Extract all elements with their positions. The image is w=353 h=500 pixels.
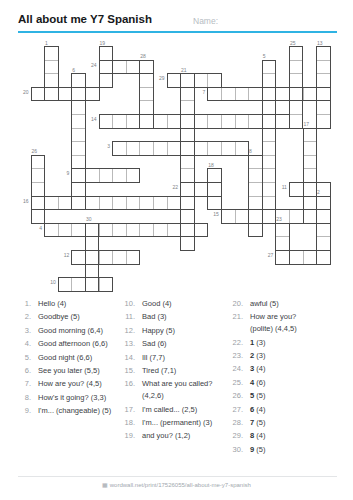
grid-cell <box>316 46 331 61</box>
grid-cell <box>112 141 127 156</box>
grid-cell <box>85 250 100 265</box>
grid-cell <box>99 46 114 61</box>
grid-cell <box>58 277 73 292</box>
grid-cell <box>99 73 114 88</box>
entry-number: 24 <box>84 62 97 68</box>
clue-item: 26.5 (5) <box>230 390 320 402</box>
grid-cell <box>44 46 59 61</box>
clue-text: Good afternoon (6,6) <box>38 338 108 350</box>
clue-number: 19. <box>122 430 135 442</box>
grid-cell <box>71 100 86 115</box>
grid-cell <box>303 168 318 183</box>
grid-cell <box>139 141 154 156</box>
clue-item: 14.Ill (7,7) <box>122 352 226 364</box>
clue-number: 2. <box>18 311 31 323</box>
clue-text: Tired (7,1) <box>142 365 176 377</box>
grid-cell <box>194 223 209 238</box>
clue-text: 9 (5) <box>250 444 265 456</box>
grid-cell <box>303 128 318 143</box>
grid-cell <box>221 114 236 129</box>
grid-cell <box>85 277 100 292</box>
entry-number: 26 <box>32 148 38 154</box>
grid-cell <box>180 182 195 197</box>
grid-cell <box>99 277 114 292</box>
clue-number: 24. <box>230 363 243 375</box>
grid-cell <box>235 114 250 129</box>
grid-cell <box>112 60 127 75</box>
grid-cell <box>126 250 141 265</box>
clue-text: 1 (3) <box>250 337 265 349</box>
grid-cell <box>112 196 127 211</box>
crossword-grid: 1234567891011121314151617181920212223242… <box>0 0 353 300</box>
clue-number: 9. <box>18 405 31 417</box>
clue-number: 25. <box>230 377 243 389</box>
entry-number: 7 <box>192 89 205 95</box>
grid-cell <box>85 236 100 251</box>
grid-cell <box>71 87 86 102</box>
grid-cell <box>71 155 86 170</box>
grid-cell <box>248 182 263 197</box>
grid-cell <box>71 223 86 238</box>
grid-cell <box>167 73 182 88</box>
wordwall-logo-icon: ▦ <box>102 481 108 488</box>
grid-cell <box>139 114 154 129</box>
grid-cell <box>85 196 100 211</box>
grid-cell <box>275 236 290 251</box>
clue-item: 19.and you? (1,2) <box>122 430 226 442</box>
grid-cell <box>262 141 277 156</box>
grid-cell <box>207 196 222 211</box>
grid-cell <box>207 73 222 88</box>
grid-cell <box>71 168 86 183</box>
grid-cell <box>58 87 73 102</box>
grid-cell <box>289 60 304 75</box>
entry-number: 28 <box>140 53 146 59</box>
clue-text: 6 (4) <box>250 404 265 416</box>
clue-item: 5.Good night (6,6) <box>18 352 122 364</box>
grid-cell <box>262 196 277 211</box>
clue-text: Happy (5) <box>142 325 175 337</box>
grid-cell <box>248 223 263 238</box>
clue-text: I'm... (permanent) (3) <box>142 417 212 429</box>
grid-cell <box>139 223 154 238</box>
grid-cell <box>262 73 277 88</box>
clue-number: 28. <box>230 417 243 429</box>
clue-number: 15. <box>122 365 135 377</box>
grid-cell <box>262 60 277 75</box>
clue-text: Good morning (6,4) <box>38 325 103 337</box>
grid-cell <box>58 196 73 211</box>
clue-item: 24.3 (4) <box>230 363 320 375</box>
grid-cell <box>31 209 46 224</box>
grid-cell <box>126 168 141 183</box>
entry-number: 3 <box>97 143 110 149</box>
clue-item: 9.I'm... (changeable) (5) <box>18 405 122 417</box>
entry-number: 15 <box>206 211 219 217</box>
entry-number: 13 <box>317 40 323 46</box>
clue-number: 17. <box>122 404 135 416</box>
grid-cell <box>99 60 114 75</box>
footer-rule <box>18 476 337 477</box>
grid-cell <box>167 223 182 238</box>
entry-number: 17 <box>304 121 310 127</box>
clue-text: 4 (6) <box>250 377 265 389</box>
grid-cell <box>85 168 100 183</box>
grid-cell <box>153 141 168 156</box>
clue-number: 23. <box>230 350 243 362</box>
grid-cell <box>289 100 304 115</box>
clue-number: 6. <box>18 365 31 377</box>
grid-cell <box>289 46 304 61</box>
grid-cell <box>235 141 250 156</box>
grid-cell <box>99 168 114 183</box>
clue-text: 5 (5) <box>250 390 265 402</box>
footer: ▦wordwall.net/print/17526055/all-about-m… <box>0 481 353 488</box>
grid-cell <box>248 155 263 170</box>
clue-item: 23.2 (3) <box>230 350 320 362</box>
entry-number: 11 <box>274 184 287 190</box>
grid-cell <box>262 209 277 224</box>
entry-number: 6 <box>72 67 75 73</box>
clue-text: and you? (1,2) <box>142 430 190 442</box>
grid-cell <box>303 196 318 211</box>
grid-cell <box>180 100 195 115</box>
entry-number: 22 <box>165 184 178 190</box>
clue-item: 15.Tired (7,1) <box>122 365 226 377</box>
clue-text: 2 (3) <box>250 350 265 362</box>
grid-cell <box>85 87 100 102</box>
clue-number: 21. <box>230 311 243 335</box>
entry-number: 27 <box>260 252 273 258</box>
grid-cell <box>180 168 195 183</box>
clue-text: Goodbye (5) <box>38 311 80 323</box>
grid-cell <box>248 196 263 211</box>
grid-cell <box>316 223 331 238</box>
grid-cell <box>207 114 222 129</box>
grid-cell <box>262 155 277 170</box>
grid-cell <box>275 250 290 265</box>
grid-cell <box>153 114 168 129</box>
worksheet-page: All about me Y7 Spanish Name: 1234567891… <box>0 0 353 500</box>
grid-cell <box>139 87 154 102</box>
grid-cell <box>316 250 331 265</box>
grid-cell <box>71 250 86 265</box>
grid-cell <box>289 114 304 129</box>
grid-cell <box>221 141 236 156</box>
grid-cell <box>316 209 331 224</box>
clue-text: See you later (5,5) <box>38 365 100 377</box>
clue-number: 12. <box>122 325 135 337</box>
clue-column-2: 10.Good (4)11.Bad (3)12.Happy (5)13.Sad … <box>122 298 226 444</box>
grid-cell <box>180 196 195 211</box>
clue-column-3: 20.awful (5)21.How are you? (polite) (4,… <box>230 298 320 457</box>
grid-cell <box>316 196 331 211</box>
grid-cell <box>44 223 59 238</box>
grid-cell <box>31 168 46 183</box>
entry-number: 14 <box>84 116 97 122</box>
clue-text: Sad (6) <box>142 338 167 350</box>
clue-text: I'm called... (2,5) <box>142 404 197 416</box>
grid-cell <box>153 223 168 238</box>
entry-number: 23 <box>276 216 282 222</box>
entry-number: 30 <box>86 216 92 222</box>
grid-cell <box>194 114 209 129</box>
grid-cell <box>235 87 250 102</box>
entry-number: 29 <box>152 75 165 81</box>
clue-item: 18.I'm... (permanent) (3) <box>122 417 226 429</box>
clue-number: 1. <box>18 298 31 310</box>
clue-item: 3.Good morning (6,4) <box>18 325 122 337</box>
clue-number: 5. <box>18 352 31 364</box>
grid-cell <box>180 114 195 129</box>
grid-cell <box>180 128 195 143</box>
grid-cell <box>58 223 73 238</box>
clue-number: 11. <box>122 311 135 323</box>
grid-cell <box>112 168 127 183</box>
entry-number: 25 <box>290 40 296 46</box>
grid-cell <box>112 223 127 238</box>
clue-text: 7 (5) <box>250 417 265 429</box>
grid-cell <box>126 141 141 156</box>
grid-cell <box>262 168 277 183</box>
entry-number: 9 <box>56 170 69 176</box>
clue-number: 30. <box>230 444 243 456</box>
entry-number: 19 <box>100 40 106 46</box>
grid-cell <box>139 196 154 211</box>
entry-number: 16 <box>16 198 29 204</box>
grid-cell <box>316 100 331 115</box>
grid-cell <box>44 87 59 102</box>
grid-cell <box>126 196 141 211</box>
clue-item: 28.7 (5) <box>230 417 320 429</box>
grid-cell <box>194 141 209 156</box>
grid-cell <box>262 128 277 143</box>
clue-number: 8. <box>18 392 31 404</box>
grid-cell <box>275 223 290 238</box>
grid-cell <box>71 141 86 156</box>
grid-cell <box>99 250 114 265</box>
grid-cell <box>180 141 195 156</box>
grid-cell <box>303 182 318 197</box>
entry-number: 21 <box>181 67 187 73</box>
grid-cell <box>194 182 209 197</box>
grid-cell <box>262 114 277 129</box>
clue-text: What are you called? (4,2,6) <box>142 378 226 402</box>
grid-cell <box>262 100 277 115</box>
grid-cell <box>180 209 195 224</box>
grid-cell <box>207 87 222 102</box>
entry-number: 4 <box>29 225 42 231</box>
clue-number: 22. <box>230 337 243 349</box>
grid-cell <box>112 250 127 265</box>
clue-item: 1.Hello (4) <box>18 298 122 310</box>
clue-text: How's it going? (3,3) <box>38 392 106 404</box>
grid-cell <box>71 196 86 211</box>
grid-cell <box>71 128 86 143</box>
clue-number: 3. <box>18 325 31 337</box>
grid-cell <box>139 60 154 75</box>
grid-cell <box>180 73 195 88</box>
grid-cell <box>248 209 263 224</box>
clue-item: 30.9 (5) <box>230 444 320 456</box>
entry-number: 2 <box>317 189 320 195</box>
grid-cell <box>180 236 195 251</box>
grid-cell <box>44 196 59 211</box>
clue-item: 21.How are you? (polite) (4,4,5) <box>230 311 320 335</box>
grid-cell <box>85 264 100 279</box>
grid-cell <box>31 182 46 197</box>
entry-number: 8 <box>249 148 252 154</box>
clue-item: 6.See you later (5,5) <box>18 365 122 377</box>
clue-number: 4. <box>18 338 31 350</box>
grid-cell <box>289 250 304 265</box>
grid-cell <box>126 60 141 75</box>
clue-item: 29.8 (4) <box>230 430 320 442</box>
grid-cell <box>303 250 318 265</box>
grid-cell <box>99 196 114 211</box>
entry-number: 10 <box>43 279 56 285</box>
entry-number: 12 <box>56 252 69 258</box>
entry-number: 1 <box>45 40 48 46</box>
grid-cell <box>303 155 318 170</box>
entry-number: 20 <box>16 89 29 95</box>
grid-cell <box>221 87 236 102</box>
grid-cell <box>248 168 263 183</box>
clue-item: 4.Good afternoon (6,6) <box>18 338 122 350</box>
grid-cell <box>221 209 236 224</box>
grid-cell <box>44 73 59 88</box>
grid-cell <box>71 73 86 88</box>
clue-item: 17.I'm called... (2,5) <box>122 404 226 416</box>
clue-text: I'm... (changeable) (5) <box>38 405 111 417</box>
clue-number: 27. <box>230 404 243 416</box>
grid-cell <box>44 60 59 75</box>
grid-cell <box>207 182 222 197</box>
grid-cell <box>316 114 331 129</box>
grid-cell <box>31 87 46 102</box>
clue-text: 8 (4) <box>250 430 265 442</box>
grid-cell <box>139 100 154 115</box>
clue-text: How are you? (4,5) <box>38 378 102 390</box>
grid-cell <box>126 223 141 238</box>
grid-cell <box>180 223 195 238</box>
grid-cell <box>99 114 114 129</box>
clue-text: Ill (7,7) <box>142 352 165 364</box>
grid-cell <box>289 87 304 102</box>
clue-text: Good night (6,6) <box>38 352 92 364</box>
grid-cell <box>275 87 290 102</box>
clue-number: 7. <box>18 378 31 390</box>
clue-item: 7.How are you? (4,5) <box>18 378 122 390</box>
clue-item: 25.4 (6) <box>230 377 320 389</box>
grid-cell <box>167 114 182 129</box>
clue-text: How are you? (polite) (4,4,5) <box>250 311 320 335</box>
clue-column-1: 1.Hello (4)2.Goodbye (5)3.Good morning (… <box>18 298 122 419</box>
clue-item: 2.Goodbye (5) <box>18 311 122 323</box>
entry-number: 18 <box>208 162 214 168</box>
clue-item: 20.awful (5) <box>230 298 320 310</box>
clue-number: 13. <box>122 338 135 350</box>
clue-text: 3 (4) <box>250 363 265 375</box>
grid-cell <box>262 87 277 102</box>
clue-item: 22.1 (3) <box>230 337 320 349</box>
grid-cell <box>289 73 304 88</box>
grid-cell <box>303 141 318 156</box>
grid-cell <box>31 196 46 211</box>
clue-item: 11.Bad (3) <box>122 311 226 323</box>
grid-cell <box>316 87 331 102</box>
clue-text: Bad (3) <box>142 311 167 323</box>
footer-url: wordwall.net/print/17526055/all-about-me… <box>110 482 251 488</box>
clue-item: 8.How's it going? (3,3) <box>18 392 122 404</box>
grid-cell <box>153 196 168 211</box>
clue-item: 13.Sad (6) <box>122 338 226 350</box>
grid-cell <box>207 168 222 183</box>
entry-number: 5 <box>263 53 266 59</box>
clue-item: 10.Good (4) <box>122 298 226 310</box>
clue-number: 18. <box>122 417 135 429</box>
clue-item: 27.6 (4) <box>230 404 320 416</box>
grid-cell <box>167 196 182 211</box>
clue-text: Good (4) <box>142 298 172 310</box>
grid-cell <box>112 114 127 129</box>
grid-cell <box>316 73 331 88</box>
grid-cell <box>99 223 114 238</box>
grid-cell <box>289 182 304 197</box>
grid-cell <box>235 209 250 224</box>
grid-cell <box>316 236 331 251</box>
clue-number: 10. <box>122 298 135 310</box>
clue-item: 16.What are you called? (4,2,6) <box>122 378 226 402</box>
grid-cell <box>303 87 318 102</box>
grid-cell <box>126 114 141 129</box>
clue-number: 20. <box>230 298 243 310</box>
clue-number: 16. <box>122 378 135 402</box>
grid-cell <box>180 155 195 170</box>
clue-item: 12.Happy (5) <box>122 325 226 337</box>
grid-cell <box>85 223 100 238</box>
grid-cell <box>167 141 182 156</box>
clue-number: 26. <box>230 390 243 402</box>
grid-cell <box>71 182 86 197</box>
grid-cell <box>275 114 290 129</box>
grid-cell <box>71 277 86 292</box>
grid-cell <box>248 87 263 102</box>
clue-text: Hello (4) <box>38 298 66 310</box>
clue-number: 14. <box>122 352 135 364</box>
grid-cell <box>31 155 46 170</box>
clue-text: awful (5) <box>250 298 279 310</box>
grid-cell <box>207 141 222 156</box>
grid-cell <box>316 60 331 75</box>
grid-cell <box>194 73 209 88</box>
clue-number: 29. <box>230 430 243 442</box>
grid-cell <box>289 209 304 224</box>
grid-cell <box>248 114 263 129</box>
grid-cell <box>303 209 318 224</box>
